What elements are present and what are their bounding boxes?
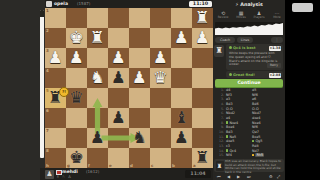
file-label: h <box>46 164 49 168</box>
file-label: f <box>88 164 90 168</box>
square-a7[interactable] <box>192 128 213 148</box>
file-label: e <box>109 164 112 168</box>
square-h1[interactable]: 1 <box>45 8 66 28</box>
square-h7[interactable]: 7 <box>45 128 66 148</box>
square-a5[interactable] <box>192 88 213 108</box>
white-pawn-a2[interactable]: ♟ <box>192 28 213 48</box>
green-dot-icon <box>229 73 232 76</box>
captured-pieces: ♗ ♘ ♙ <box>56 174 72 179</box>
avatar[interactable] <box>46 1 52 7</box>
square-b3[interactable] <box>171 48 192 68</box>
square-b1[interactable] <box>171 8 192 28</box>
browser-ui-artifact <box>292 3 313 12</box>
green-dot-icon <box>229 46 232 49</box>
square-d3[interactable] <box>129 48 150 68</box>
skip-to-start-icon[interactable]: ⏮ <box>217 173 221 180</box>
white-pawn-e3[interactable]: ♟ <box>108 48 129 68</box>
square-d5[interactable] <box>129 88 150 108</box>
coach-piece-icon: ♜ <box>214 45 224 57</box>
square-c1[interactable] <box>150 8 171 28</box>
square-d2[interactable] <box>129 28 150 48</box>
square-h8[interactable]: 8h <box>45 148 66 168</box>
black-pawn-b7[interactable]: ♟ <box>171 128 192 148</box>
evaluation-graph[interactable] <box>215 22 283 35</box>
rank-label: 2 <box>46 29 49 33</box>
evaluation-bar-black-portion <box>40 10 44 17</box>
continue-button[interactable]: Continue <box>215 79 283 88</box>
black-knight-d7[interactable]: ♞ <box>129 128 150 148</box>
forward-icon[interactable]: ▶ <box>237 173 240 180</box>
square-c2[interactable] <box>150 28 171 48</box>
rank-label: 8 <box>46 149 49 153</box>
square-c7[interactable] <box>150 128 171 148</box>
top-player-name[interactable]: opela <box>54 1 68 7</box>
rank-label: 1 <box>46 9 49 13</box>
square-f5[interactable] <box>87 88 108 108</box>
square-h4[interactable]: 4 <box>45 68 66 88</box>
black-pawn-f7[interactable]: ♟ <box>87 128 108 148</box>
settings-gear-icon[interactable]: ⚙ <box>269 173 273 180</box>
move-row: 15.Nf4Rh5 <box>215 153 283 158</box>
square-f1[interactable] <box>87 8 108 28</box>
bottom-player-rating: (1612) <box>86 169 99 174</box>
white-pawn-b2[interactable]: ♟ <box>171 28 192 48</box>
tab-players[interactable]: ♟Players <box>250 10 268 21</box>
white-queen-c4[interactable]: ♛ <box>150 68 171 88</box>
tab-label: More <box>268 16 286 20</box>
file-label: c <box>151 164 153 168</box>
square-g7[interactable] <box>66 128 87 148</box>
white-pawn-g3[interactable]: ♟ <box>66 48 87 68</box>
annotation-piece-icon: ♜ <box>216 161 224 171</box>
square-h6[interactable]: 6 <box>45 108 66 128</box>
square-e1[interactable] <box>108 8 129 28</box>
square-a6[interactable] <box>192 108 213 128</box>
black-bishop-b6[interactable]: ♝ <box>171 108 192 128</box>
square-e5[interactable] <box>108 88 129 108</box>
black-rook-a8[interactable]: ♜ <box>192 148 213 168</box>
coach-card-2: Great find! +2.08 <box>226 71 283 78</box>
black-queen-g5[interactable]: ♛ <box>66 88 87 108</box>
square-c5[interactable] <box>150 88 171 108</box>
chess-board[interactable]: 12345678hgfedcba♜♜♚♟♟♟♟♟♟♟♛♞♜♚♜♛♝♞♟♟♟♟?! <box>45 8 213 168</box>
rank-label: 6 <box>46 109 49 113</box>
square-d1[interactable] <box>129 8 150 28</box>
panel-title: ⚡ Analysis <box>213 1 285 9</box>
square-b4[interactable] <box>171 68 192 88</box>
square-f3[interactable] <box>87 48 108 68</box>
tab-review[interactable]: ⟲Review <box>214 10 232 21</box>
playback-toolbar: ⏮◀▶⏭⚙⤢ <box>213 173 285 180</box>
black-pawn-e4[interactable]: ♟ <box>108 68 129 88</box>
top-player-clock: 11:10 <box>189 1 212 8</box>
square-e2[interactable] <box>108 28 129 48</box>
subtab-⋮[interactable]: ⋮ <box>271 37 283 43</box>
square-b5[interactable] <box>171 88 192 108</box>
expand-icon[interactable]: ⤢ <box>277 173 280 180</box>
square-g1[interactable] <box>66 8 87 28</box>
eval-badge: +2.08 <box>269 73 281 78</box>
move-list[interactable]: 1.d4d52.Nf3Nf63.e3e64.Bd3Bd65.O-OO-O6.Nb… <box>215 88 283 158</box>
square-d8[interactable]: d <box>129 148 150 168</box>
white-rook-f2[interactable]: ♜ <box>87 28 108 48</box>
file-label: b <box>172 164 175 168</box>
rank-label: 4 <box>46 69 49 73</box>
square-b8[interactable]: b <box>171 148 192 168</box>
app-window: opela (1587) 11:10 12345678hgfedcba♜♜♚♟♟… <box>0 0 320 180</box>
annotation-box: ♜ Rh5 was an inaccuracy. Black hopes to … <box>214 159 284 172</box>
move-white[interactable]: Nf4 <box>226 153 251 158</box>
move-black[interactable]: Rh5 <box>252 153 281 158</box>
white-rook-a1[interactable]: ♜ <box>192 8 213 28</box>
square-e8[interactable]: e <box>108 148 129 168</box>
file-label: d <box>130 164 133 168</box>
tab-label: Review <box>214 16 232 20</box>
top-player-rating: (1587) <box>77 1 90 7</box>
back-icon[interactable]: ◀ <box>227 173 230 180</box>
retry-button[interactable]: Retry <box>267 63 281 68</box>
square-d6[interactable] <box>129 108 150 128</box>
tab-moves[interactable]: ▦Moves <box>232 10 250 21</box>
coach-card-2-title: Great find! <box>229 73 255 78</box>
square-h2[interactable]: 2 <box>45 28 66 48</box>
black-pawn-e6[interactable]: ♟ <box>108 108 129 128</box>
skip-to-end-icon[interactable]: ⏭ <box>247 173 251 180</box>
move-classification-badge-inaccuracy: ?! <box>59 87 69 97</box>
top-player-bar: opela (1587) 11:10 <box>45 0 213 8</box>
coach-card-1: Qc4 is best +1.38 White keeps the pressu… <box>226 44 283 70</box>
bottom-player-clock: 11:04 <box>185 170 211 178</box>
move-number: 15. <box>215 153 224 158</box>
white-pawn-h3[interactable]: ♟ <box>45 48 66 68</box>
white-pawn-d4[interactable]: ♟ <box>129 68 150 88</box>
square-a3[interactable] <box>192 48 213 68</box>
tab-label: Players <box>250 16 268 20</box>
square-c8[interactable]: c <box>150 148 171 168</box>
square-f8[interactable]: f <box>87 148 108 168</box>
white-pawn-c3[interactable]: ♟ <box>150 48 171 68</box>
square-f6[interactable] <box>87 108 108 128</box>
analysis-panel: ⚡ Analysis ⟲Review▦Moves♟Players⋯More Co… <box>213 0 285 180</box>
rank-label: 7 <box>46 129 49 133</box>
tab-more[interactable]: ⋯More <box>268 10 286 21</box>
white-king-g2[interactable]: ♚ <box>66 28 87 48</box>
square-a4[interactable] <box>192 68 213 88</box>
coach-card-1-title: Qc4 is best <box>229 46 255 51</box>
black-king-g8[interactable]: ♚ <box>66 148 87 168</box>
subtab-coach[interactable]: Coach <box>215 37 235 43</box>
subtab-lines[interactable]: Lines <box>237 37 253 43</box>
avatar[interactable]: ♟ <box>45 170 54 179</box>
square-c6[interactable] <box>150 108 171 128</box>
white-knight-f4[interactable]: ♞ <box>87 68 108 88</box>
square-e7[interactable] <box>108 128 129 148</box>
bottom-player-bar: ♟ mehdi (1612) ♗ ♘ ♙ 11:04 <box>40 168 213 180</box>
square-g6[interactable] <box>66 108 87 128</box>
square-g4[interactable] <box>66 68 87 88</box>
evaluation-bar <box>40 10 44 158</box>
tab-label: Moves <box>232 16 250 20</box>
